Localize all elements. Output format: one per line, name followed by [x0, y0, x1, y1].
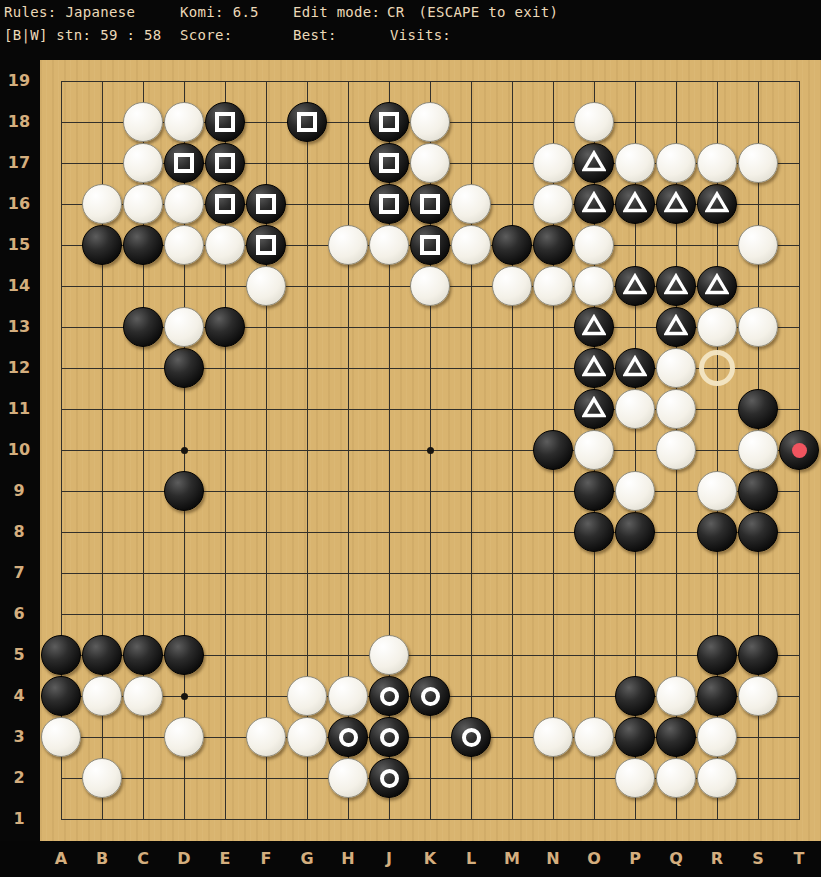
- stone-black-Q13[interactable]: [656, 307, 696, 347]
- stone-black-E18[interactable]: [205, 102, 245, 142]
- column-label: K: [410, 849, 450, 868]
- stone-white-O14[interactable]: [574, 266, 614, 306]
- stone-black-Q14[interactable]: [656, 266, 696, 306]
- star-point: [427, 447, 434, 454]
- stone-white-G3[interactable]: [287, 717, 327, 757]
- stone-white-P17[interactable]: [615, 143, 655, 183]
- stone-white-C16[interactable]: [123, 184, 163, 224]
- go-board[interactable]: [40, 60, 821, 841]
- column-label: O: [574, 849, 614, 868]
- stone-black-N10[interactable]: [533, 430, 573, 470]
- square-marker: [379, 153, 399, 173]
- triangle-marker: [623, 355, 647, 382]
- square-marker: [297, 112, 317, 132]
- stone-white-D15[interactable]: [164, 225, 204, 265]
- triangle-marker: [705, 273, 729, 300]
- stone-black-C15[interactable]: [123, 225, 163, 265]
- grid-line: [61, 819, 800, 820]
- square-marker: [256, 235, 276, 255]
- column-label: J: [369, 849, 409, 868]
- stone-black-S11[interactable]: [738, 389, 778, 429]
- stone-black-E17[interactable]: [205, 143, 245, 183]
- row-label: 4: [0, 686, 38, 706]
- stone-white-D3[interactable]: [164, 717, 204, 757]
- row-label: 11: [0, 399, 38, 419]
- komi-value: 6.5: [233, 4, 259, 20]
- stone-black-O9[interactable]: [574, 471, 614, 511]
- circle-marker: [339, 728, 358, 747]
- stone-black-L3[interactable]: [451, 717, 491, 757]
- stone-white-F3[interactable]: [246, 717, 286, 757]
- stone-white-O3[interactable]: [574, 717, 614, 757]
- stone-black-S9[interactable]: [738, 471, 778, 511]
- stone-black-B15[interactable]: [82, 225, 122, 265]
- stone-white-L16[interactable]: [451, 184, 491, 224]
- stone-white-D13[interactable]: [164, 307, 204, 347]
- stone-white-P2[interactable]: [615, 758, 655, 798]
- stone-black-H3[interactable]: [328, 717, 368, 757]
- circle-marker: [380, 687, 399, 706]
- stone-white-H15[interactable]: [328, 225, 368, 265]
- stone-white-C17[interactable]: [123, 143, 163, 183]
- triangle-marker: [664, 191, 688, 218]
- stone-black-P8[interactable]: [615, 512, 655, 552]
- stone-white-N3[interactable]: [533, 717, 573, 757]
- stone-black-O12[interactable]: [574, 348, 614, 388]
- stone-count-value: 59 : 58: [100, 27, 161, 43]
- stone-white-O15[interactable]: [574, 225, 614, 265]
- triangle-marker: [664, 273, 688, 300]
- stone-black-P3[interactable]: [615, 717, 655, 757]
- grid-line: [61, 532, 800, 533]
- rules-field: Rules:Japanese: [4, 4, 135, 20]
- stone-black-K16[interactable]: [410, 184, 450, 224]
- score-label: Score:: [180, 27, 232, 43]
- stone-white-O18[interactable]: [574, 102, 614, 142]
- stone-black-K15[interactable]: [410, 225, 450, 265]
- stone-white-Q4[interactable]: [656, 676, 696, 716]
- grid-line: [61, 573, 800, 574]
- stone-white-L15[interactable]: [451, 225, 491, 265]
- best-label: Best:: [293, 27, 337, 43]
- square-marker: [174, 153, 194, 173]
- stone-white-J15[interactable]: [369, 225, 409, 265]
- stone-black-T10[interactable]: [779, 430, 819, 470]
- stone-black-P4[interactable]: [615, 676, 655, 716]
- stone-black-B5[interactable]: [82, 635, 122, 675]
- row-label: 2: [0, 768, 38, 788]
- stone-black-C5[interactable]: [123, 635, 163, 675]
- stone-white-R13[interactable]: [697, 307, 737, 347]
- stone-black-O17[interactable]: [574, 143, 614, 183]
- star-point: [181, 693, 188, 700]
- column-coordinates: ABCDEFGHJKLMNOPQRST: [40, 841, 821, 877]
- square-marker: [420, 194, 440, 214]
- stone-white-K14[interactable]: [410, 266, 450, 306]
- triangle-marker: [582, 396, 606, 423]
- stone-black-P12[interactable]: [615, 348, 655, 388]
- stone-black-S8[interactable]: [738, 512, 778, 552]
- stone-white-E15[interactable]: [205, 225, 245, 265]
- stone-white-R2[interactable]: [697, 758, 737, 798]
- stone-black-E16[interactable]: [205, 184, 245, 224]
- stone-white-Q12[interactable]: [656, 348, 696, 388]
- stone-white-Q17[interactable]: [656, 143, 696, 183]
- row-label: 13: [0, 317, 38, 337]
- stone-black-Q3[interactable]: [656, 717, 696, 757]
- stone-white-S4[interactable]: [738, 676, 778, 716]
- row-label: 3: [0, 727, 38, 747]
- stone-white-P9[interactable]: [615, 471, 655, 511]
- stone-white-K18[interactable]: [410, 102, 450, 142]
- stone-black-D5[interactable]: [164, 635, 204, 675]
- stone-white-O10[interactable]: [574, 430, 614, 470]
- column-label: T: [779, 849, 819, 868]
- stone-black-Q16[interactable]: [656, 184, 696, 224]
- edit-mode-label: Edit mode:: [293, 4, 380, 20]
- triangle-marker: [582, 191, 606, 218]
- stone-black-R16[interactable]: [697, 184, 737, 224]
- row-label: 9: [0, 481, 38, 501]
- column-label: A: [41, 849, 81, 868]
- row-label: 14: [0, 276, 38, 296]
- stone-black-F15[interactable]: [246, 225, 286, 265]
- row-label: 16: [0, 194, 38, 214]
- stone-black-P14[interactable]: [615, 266, 655, 306]
- stone-black-O16[interactable]: [574, 184, 614, 224]
- triangle-marker: [582, 314, 606, 341]
- stone-white-S15[interactable]: [738, 225, 778, 265]
- grid-line: [61, 614, 800, 615]
- stone-black-R5[interactable]: [697, 635, 737, 675]
- row-label: 1: [0, 809, 38, 829]
- stone-white-F14[interactable]: [246, 266, 286, 306]
- stone-black-A5[interactable]: [41, 635, 81, 675]
- edit-cursor-ring: [699, 350, 735, 386]
- grid-line: [512, 81, 513, 820]
- column-label: R: [697, 849, 737, 868]
- row-label: 10: [0, 440, 38, 460]
- stone-white-R17[interactable]: [697, 143, 737, 183]
- circle-marker: [421, 687, 440, 706]
- stone-black-E13[interactable]: [205, 307, 245, 347]
- komi-field: Komi:6.5: [180, 4, 259, 20]
- stone-black-J18[interactable]: [369, 102, 409, 142]
- row-label: 7: [0, 563, 38, 583]
- stone-white-N17[interactable]: [533, 143, 573, 183]
- column-label: B: [82, 849, 122, 868]
- triangle-marker: [623, 273, 647, 300]
- column-label: D: [164, 849, 204, 868]
- stone-white-R3[interactable]: [697, 717, 737, 757]
- rules-label: Rules:: [4, 4, 56, 20]
- stone-black-C13[interactable]: [123, 307, 163, 347]
- stone-white-K17[interactable]: [410, 143, 450, 183]
- stone-white-C18[interactable]: [123, 102, 163, 142]
- stone-black-M15[interactable]: [492, 225, 532, 265]
- stone-white-B4[interactable]: [82, 676, 122, 716]
- circle-marker: [380, 728, 399, 747]
- stone-white-S17[interactable]: [738, 143, 778, 183]
- stone-white-B16[interactable]: [82, 184, 122, 224]
- stone-black-R14[interactable]: [697, 266, 737, 306]
- stone-black-A4[interactable]: [41, 676, 81, 716]
- last-move-marker: [792, 443, 807, 458]
- stone-black-J2[interactable]: [369, 758, 409, 798]
- column-label: S: [738, 849, 778, 868]
- komi-label: Komi:: [180, 4, 224, 20]
- stone-black-K4[interactable]: [410, 676, 450, 716]
- stone-white-H2[interactable]: [328, 758, 368, 798]
- column-label: Q: [656, 849, 696, 868]
- stone-white-G4[interactable]: [287, 676, 327, 716]
- stone-black-J17[interactable]: [369, 143, 409, 183]
- stone-white-D18[interactable]: [164, 102, 204, 142]
- stone-black-P16[interactable]: [615, 184, 655, 224]
- edit-mode-hint: (ESCAPE to exit): [418, 4, 558, 20]
- stone-black-D17[interactable]: [164, 143, 204, 183]
- stone-count-field: [B|W] stn:59 : 58: [4, 27, 161, 43]
- stone-white-J5[interactable]: [369, 635, 409, 675]
- stone-white-N14[interactable]: [533, 266, 573, 306]
- triangle-marker: [623, 191, 647, 218]
- stone-white-N16[interactable]: [533, 184, 573, 224]
- stone-black-G18[interactable]: [287, 102, 327, 142]
- column-label: C: [123, 849, 163, 868]
- status-bar: Rules:Japanese Komi:6.5 Edit mode: CR(ES…: [0, 0, 821, 60]
- column-label: G: [287, 849, 327, 868]
- stone-white-S13[interactable]: [738, 307, 778, 347]
- row-label: 5: [0, 645, 38, 665]
- column-label: H: [328, 849, 368, 868]
- stone-white-H4[interactable]: [328, 676, 368, 716]
- stone-black-N15[interactable]: [533, 225, 573, 265]
- stone-white-P11[interactable]: [615, 389, 655, 429]
- circle-marker: [462, 728, 481, 747]
- circle-marker: [380, 769, 399, 788]
- stone-black-O13[interactable]: [574, 307, 614, 347]
- stone-white-B2[interactable]: [82, 758, 122, 798]
- stone-white-A3[interactable]: [41, 717, 81, 757]
- stone-white-D16[interactable]: [164, 184, 204, 224]
- stone-white-M14[interactable]: [492, 266, 532, 306]
- square-marker: [215, 153, 235, 173]
- column-label: N: [533, 849, 573, 868]
- stone-black-R4[interactable]: [697, 676, 737, 716]
- stone-black-F16[interactable]: [246, 184, 286, 224]
- row-coordinates: 19181716151413121110987654321: [0, 60, 40, 841]
- stone-black-R8[interactable]: [697, 512, 737, 552]
- row-label: 17: [0, 153, 38, 173]
- triangle-marker: [705, 191, 729, 218]
- edit-mode-field: CR(ESCAPE to exit): [387, 4, 558, 20]
- square-marker: [215, 112, 235, 132]
- stone-black-J3[interactable]: [369, 717, 409, 757]
- square-marker: [420, 235, 440, 255]
- stone-black-O8[interactable]: [574, 512, 614, 552]
- triangle-marker: [664, 314, 688, 341]
- stone-white-S10[interactable]: [738, 430, 778, 470]
- triangle-marker: [582, 355, 606, 382]
- stone-black-D9[interactable]: [164, 471, 204, 511]
- rules-value: Japanese: [65, 4, 135, 20]
- edit-mode-value: CR: [387, 4, 404, 20]
- stone-white-C4[interactable]: [123, 676, 163, 716]
- column-label: F: [246, 849, 286, 868]
- column-label: P: [615, 849, 655, 868]
- row-label: 15: [0, 235, 38, 255]
- row-label: 12: [0, 358, 38, 378]
- stone-black-J16[interactable]: [369, 184, 409, 224]
- square-marker: [379, 112, 399, 132]
- visits-label: Visits:: [390, 27, 451, 43]
- square-marker: [215, 194, 235, 214]
- stone-white-Q2[interactable]: [656, 758, 696, 798]
- stone-black-J4[interactable]: [369, 676, 409, 716]
- row-label: 8: [0, 522, 38, 542]
- stone-white-Q10[interactable]: [656, 430, 696, 470]
- stone-count-label: [B|W] stn:: [4, 27, 91, 43]
- stone-white-Q11[interactable]: [656, 389, 696, 429]
- square-marker: [256, 194, 276, 214]
- row-label: 18: [0, 112, 38, 132]
- column-label: E: [205, 849, 245, 868]
- stone-black-O11[interactable]: [574, 389, 614, 429]
- column-label: M: [492, 849, 532, 868]
- triangle-marker: [582, 150, 606, 177]
- column-label: L: [451, 849, 491, 868]
- stone-black-D12[interactable]: [164, 348, 204, 388]
- row-label: 19: [0, 71, 38, 91]
- stone-black-S5[interactable]: [738, 635, 778, 675]
- stone-white-R9[interactable]: [697, 471, 737, 511]
- star-point: [181, 447, 188, 454]
- square-marker: [379, 194, 399, 214]
- row-label: 6: [0, 604, 38, 624]
